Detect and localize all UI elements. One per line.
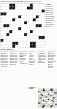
byline: By Diane C. Baldwin3/14 (1, 49, 57, 51)
cell-number: 18 (27, 10, 28, 11)
cell-number: 51 (4, 39, 5, 40)
crossword-grid[interactable]: 1234567891011121314151617181920212223242… (1, 4, 45, 48)
cell-number: 31 (27, 21, 28, 22)
cell-number: 29 (1, 21, 2, 22)
cell-number: 23 (4, 15, 5, 16)
clue-number: 15 (46, 18, 47, 19)
clue-number: 25 (46, 26, 47, 27)
cell-number: 59 (36, 45, 37, 46)
cell-number: 49 (7, 36, 8, 37)
clue-number: 4 (46, 8, 47, 9)
cell-number: 44 (1, 33, 2, 34)
cell-number: 34 (1, 27, 2, 28)
cell-number: 14 (33, 7, 34, 8)
cell-number: 16 (10, 10, 11, 11)
cell-number: 40 (1, 30, 2, 31)
crossword-page: THE DAILY CROSSWORDEdited by Wayne Rober… (0, 0, 57, 109)
cell-number: 11 (42, 4, 43, 5)
cell-number: 39 (39, 27, 40, 28)
cell-number: 25 (39, 15, 40, 16)
cell-number: 41 (12, 30, 13, 31)
clue-column-4: 5Actor Martin6Exist7Mediocre8Attempt9Ato… (29, 51, 38, 65)
byline-author: By Diane C. Baldwin (1, 49, 12, 50)
cell-number: 46 (27, 33, 28, 34)
cell-number: 22 (1, 15, 2, 16)
cell-number: 21 (42, 13, 43, 14)
clue-column-1: 26Peruvian native27Door sign28Singing vo… (1, 51, 10, 67)
clue-number: 54 (48, 67, 49, 68)
cell-number: 32 (33, 21, 34, 22)
cell-number: 53 (42, 39, 43, 40)
clue-number: 17 (29, 64, 30, 65)
clue-columns: 26Peruvian native27Door sign28Singing vo… (1, 51, 57, 69)
cell-14-14[interactable] (42, 45, 45, 48)
yesterday-solution-grid: SLABCRIMETOEAIDEGRABNETENORMOUSLYNEARDES… (38, 89, 57, 108)
solution-cell-14-14: T (55, 106, 56, 107)
cell-number: 15 (1, 10, 2, 11)
cell-number: 17 (12, 10, 13, 11)
cell-number: 26 (1, 18, 2, 19)
cell-number: 36 (7, 27, 8, 28)
cell-number: 35 (4, 27, 5, 28)
solution-caption: YESTERDAY'S ANSWER: (29, 87, 38, 89)
clue-41: 41Forest plant (1, 66, 10, 67)
clue-35: 35Not at home (38, 63, 47, 64)
cell-number: 28 (36, 18, 37, 19)
clue-number: 35 (38, 63, 39, 64)
cell-number: 48 (1, 36, 2, 37)
cell-number: 33 (10, 24, 11, 25)
cell-number: 38 (36, 27, 37, 28)
clue-number: 41 (1, 66, 2, 67)
cell-number: 57 (1, 45, 2, 46)
clue-4: 4Historical period (19, 63, 28, 64)
clue-column-6: 36Rowing need38Caustic stuff39Gambling t… (48, 51, 57, 69)
cell-number: 47 (30, 33, 31, 34)
masthead-subtitle: Edited by Wayne Robert Williams (24, 1, 41, 2)
cell-number: 10 (39, 4, 40, 5)
clue-25: 25Pub order (46, 26, 57, 27)
cell-number: 30 (12, 21, 13, 22)
clue-56: 56Being: Lat. (10, 64, 19, 65)
cell-number: 37 (21, 27, 22, 28)
clue-number: 4 (19, 63, 20, 64)
cell-number: 13 (15, 7, 16, 8)
cell-number: 56 (36, 42, 37, 43)
byline-date: 3/14 (12, 49, 14, 50)
cell-number: 50 (24, 36, 25, 37)
cell-number: 24 (21, 15, 22, 16)
clue-number: 24 (46, 24, 47, 25)
cell-number: 54 (1, 42, 2, 43)
cell-number: 12 (1, 7, 2, 8)
cell-number: 45 (10, 33, 11, 34)
cell-number: 58 (15, 45, 16, 46)
clue-54: 54Apiece (48, 67, 57, 68)
cell-number: 20 (7, 13, 8, 14)
cell-number: 55 (18, 42, 19, 43)
cell-number: 43 (33, 30, 34, 31)
cell-number: 42 (18, 30, 19, 31)
cell-number: 27 (15, 18, 16, 19)
clue-column-2: 43Ocean motion44Golf goal45Writer Ferber… (10, 51, 19, 65)
clue-17: 17Gone by (29, 64, 38, 65)
clue-column-5: 18Auction bid19Wading bird21Young fellow… (38, 51, 47, 64)
clue-column-3: 57Fencing sword58Change decor59Compass p… (19, 51, 28, 64)
page-title: THE DAILY CROSSWORD (1, 1, 24, 3)
cell-number: 19 (30, 10, 31, 11)
clue-number: 56 (10, 64, 11, 65)
clue-number: 13 (46, 14, 47, 15)
cell-number: 52 (39, 39, 40, 40)
clue-column-side: ACROSS1Hasty escape4Pitcher's stat8Stadi… (46, 4, 57, 48)
